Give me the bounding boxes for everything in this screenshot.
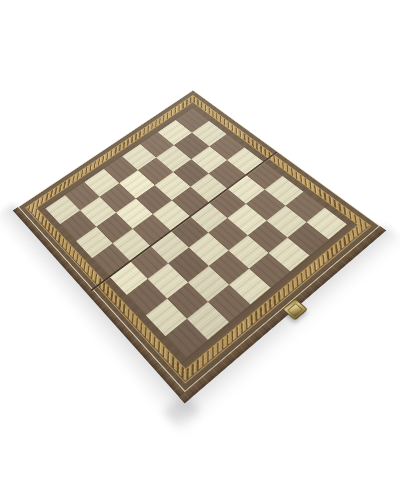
board-face xyxy=(18,90,380,392)
chessboard xyxy=(18,90,380,392)
product-photo-background xyxy=(0,0,400,498)
brass-clasp-bevel xyxy=(287,302,303,316)
